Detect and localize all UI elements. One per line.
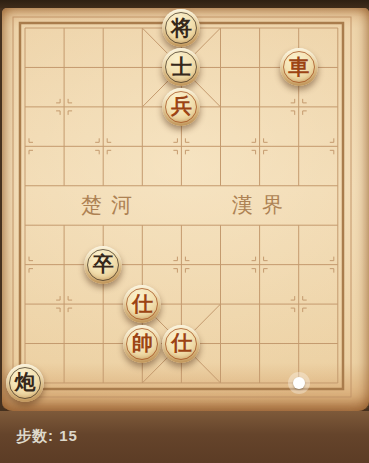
piece-black-cannon[interactable]: 炮 bbox=[6, 364, 44, 402]
piece-glyph: 兵 bbox=[171, 95, 192, 116]
piece-glyph: 炮 bbox=[15, 371, 36, 392]
piece-black-soldier[interactable]: 卒 bbox=[84, 246, 122, 284]
piece-glyph: 帥 bbox=[132, 332, 153, 353]
piece-glyph: 卒 bbox=[93, 253, 114, 274]
river-label-right: 漢界 bbox=[232, 191, 292, 219]
move-counter: 步数: 15 bbox=[16, 427, 78, 446]
piece-glyph: 将 bbox=[171, 17, 192, 38]
piece-glyph: 士 bbox=[171, 56, 192, 77]
last-move-indicator-dot bbox=[288, 372, 310, 394]
piece-red-general[interactable]: 帥 bbox=[123, 325, 161, 363]
top-strip bbox=[0, 0, 369, 8]
status-bar: 步数: 15 bbox=[0, 411, 369, 463]
river-label-left: 楚河 bbox=[81, 191, 141, 219]
move-counter-separator: : bbox=[48, 427, 59, 444]
piece-red-chariot[interactable]: 車 bbox=[280, 48, 318, 86]
piece-glyph: 仕 bbox=[171, 332, 192, 353]
xiangqi-board[interactable]: 楚河 漢界 将士兵車卒仕帥仕炮 bbox=[2, 8, 369, 413]
move-counter-value: 15 bbox=[59, 427, 78, 444]
piece-red-advisor-2[interactable]: 仕 bbox=[162, 325, 200, 363]
piece-glyph: 仕 bbox=[132, 293, 153, 314]
piece-glyph: 車 bbox=[288, 56, 309, 77]
piece-red-soldier[interactable]: 兵 bbox=[162, 88, 200, 126]
move-counter-label: 步数 bbox=[16, 427, 48, 444]
